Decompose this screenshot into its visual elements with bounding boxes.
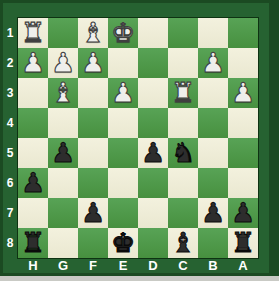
square-a8[interactable]: ♜ bbox=[228, 228, 258, 258]
black-pawn-piece: ♟ bbox=[51, 138, 75, 168]
white-rook-piece: ♜ bbox=[171, 78, 195, 108]
black-bishop-piece: ♝ bbox=[171, 228, 195, 258]
square-e7[interactable] bbox=[108, 198, 138, 228]
square-e2[interactable] bbox=[108, 48, 138, 78]
window-border-right bbox=[269, 0, 279, 281]
rank-label-6: 6 bbox=[3, 168, 17, 198]
square-a4[interactable] bbox=[228, 108, 258, 138]
square-d4[interactable] bbox=[138, 108, 168, 138]
white-rook-piece: ♜ bbox=[21, 18, 45, 48]
square-g1[interactable] bbox=[48, 18, 78, 48]
square-g4[interactable] bbox=[48, 108, 78, 138]
rank-label-5: 5 bbox=[3, 138, 17, 168]
square-h2[interactable]: ♟ bbox=[18, 48, 48, 78]
square-g5[interactable]: ♟ bbox=[48, 138, 78, 168]
square-c1[interactable] bbox=[168, 18, 198, 48]
file-label-a: A bbox=[228, 258, 258, 273]
square-f6[interactable] bbox=[78, 168, 108, 198]
rank-labels: 12345678 bbox=[3, 18, 17, 258]
square-d6[interactable] bbox=[138, 168, 168, 198]
square-d3[interactable] bbox=[138, 78, 168, 108]
black-rook-piece: ♜ bbox=[21, 228, 45, 258]
square-b7[interactable]: ♟ bbox=[198, 198, 228, 228]
white-pawn-piece: ♟ bbox=[51, 48, 75, 78]
square-f5[interactable] bbox=[78, 138, 108, 168]
rank-label-8: 8 bbox=[3, 228, 17, 258]
square-b1[interactable] bbox=[198, 18, 228, 48]
square-e3[interactable]: ♟ bbox=[108, 78, 138, 108]
rank-label-1: 1 bbox=[3, 18, 17, 48]
square-b4[interactable] bbox=[198, 108, 228, 138]
square-g2[interactable]: ♟ bbox=[48, 48, 78, 78]
window-border-top bbox=[0, 0, 279, 3]
square-a7[interactable]: ♟ bbox=[228, 198, 258, 228]
square-b5[interactable] bbox=[198, 138, 228, 168]
square-h4[interactable] bbox=[18, 108, 48, 138]
square-b8[interactable] bbox=[198, 228, 228, 258]
window-bottom-strip bbox=[0, 276, 279, 281]
square-g7[interactable] bbox=[48, 198, 78, 228]
square-g6[interactable] bbox=[48, 168, 78, 198]
square-h8[interactable]: ♜ bbox=[18, 228, 48, 258]
file-labels: HGFEDCBA bbox=[18, 258, 258, 273]
square-e5[interactable] bbox=[108, 138, 138, 168]
white-pawn-piece: ♟ bbox=[111, 78, 135, 108]
square-c6[interactable] bbox=[168, 168, 198, 198]
square-a3[interactable]: ♟ bbox=[228, 78, 258, 108]
square-b3[interactable] bbox=[198, 78, 228, 108]
square-h5[interactable] bbox=[18, 138, 48, 168]
square-e6[interactable] bbox=[108, 168, 138, 198]
square-d5[interactable]: ♟ bbox=[138, 138, 168, 168]
square-d2[interactable] bbox=[138, 48, 168, 78]
square-f2[interactable]: ♟ bbox=[78, 48, 108, 78]
black-pawn-piece: ♟ bbox=[201, 198, 225, 228]
rank-label-3: 3 bbox=[3, 78, 17, 108]
square-h6[interactable]: ♟ bbox=[18, 168, 48, 198]
square-g3[interactable]: ♝ bbox=[48, 78, 78, 108]
square-b2[interactable]: ♟ bbox=[198, 48, 228, 78]
chess-app-window: 12345678 ♜♝♚♟♟♟♟♝♟♜♟♟♟♞♟♟♟♟♜♚♝♜ HGFEDCBA bbox=[0, 0, 279, 281]
square-c3[interactable]: ♜ bbox=[168, 78, 198, 108]
rank-label-7: 7 bbox=[3, 198, 17, 228]
black-pawn-piece: ♟ bbox=[21, 168, 45, 198]
file-label-d: D bbox=[138, 258, 168, 273]
black-knight-piece: ♞ bbox=[171, 138, 195, 168]
square-e4[interactable] bbox=[108, 108, 138, 138]
white-pawn-piece: ♟ bbox=[21, 48, 45, 78]
square-b6[interactable] bbox=[198, 168, 228, 198]
square-a2[interactable] bbox=[228, 48, 258, 78]
square-d8[interactable] bbox=[138, 228, 168, 258]
chess-board: ♜♝♚♟♟♟♟♝♟♜♟♟♟♞♟♟♟♟♜♚♝♜ bbox=[17, 17, 259, 259]
square-f4[interactable] bbox=[78, 108, 108, 138]
square-f7[interactable]: ♟ bbox=[78, 198, 108, 228]
square-a1[interactable] bbox=[228, 18, 258, 48]
white-king-piece: ♚ bbox=[111, 18, 135, 48]
file-label-e: E bbox=[108, 258, 138, 273]
square-c5[interactable]: ♞ bbox=[168, 138, 198, 168]
square-c7[interactable] bbox=[168, 198, 198, 228]
black-pawn-piece: ♟ bbox=[81, 198, 105, 228]
white-bishop-piece: ♝ bbox=[51, 78, 75, 108]
square-f1[interactable]: ♝ bbox=[78, 18, 108, 48]
black-pawn-piece: ♟ bbox=[231, 198, 255, 228]
square-h7[interactable] bbox=[18, 198, 48, 228]
white-pawn-piece: ♟ bbox=[231, 78, 255, 108]
file-label-h: H bbox=[18, 258, 48, 273]
square-a6[interactable] bbox=[228, 168, 258, 198]
square-d7[interactable] bbox=[138, 198, 168, 228]
file-label-c: C bbox=[168, 258, 198, 273]
square-f8[interactable] bbox=[78, 228, 108, 258]
file-label-f: F bbox=[78, 258, 108, 273]
white-pawn-piece: ♟ bbox=[201, 48, 225, 78]
square-e1[interactable]: ♚ bbox=[108, 18, 138, 48]
black-king-piece: ♚ bbox=[111, 228, 135, 258]
black-rook-piece: ♜ bbox=[231, 228, 255, 258]
square-c2[interactable] bbox=[168, 48, 198, 78]
rank-label-2: 2 bbox=[3, 48, 17, 78]
square-f3[interactable] bbox=[78, 78, 108, 108]
file-label-b: B bbox=[198, 258, 228, 273]
square-h3[interactable] bbox=[18, 78, 48, 108]
white-bishop-piece: ♝ bbox=[81, 18, 105, 48]
square-g8[interactable] bbox=[48, 228, 78, 258]
file-label-g: G bbox=[48, 258, 78, 273]
square-a5[interactable] bbox=[228, 138, 258, 168]
square-c8[interactable]: ♝ bbox=[168, 228, 198, 258]
white-pawn-piece: ♟ bbox=[81, 48, 105, 78]
rank-label-4: 4 bbox=[3, 108, 17, 138]
square-c4[interactable] bbox=[168, 108, 198, 138]
square-h1[interactable]: ♜ bbox=[18, 18, 48, 48]
square-d1[interactable] bbox=[138, 18, 168, 48]
black-pawn-piece: ♟ bbox=[141, 138, 165, 168]
square-e8[interactable]: ♚ bbox=[108, 228, 138, 258]
